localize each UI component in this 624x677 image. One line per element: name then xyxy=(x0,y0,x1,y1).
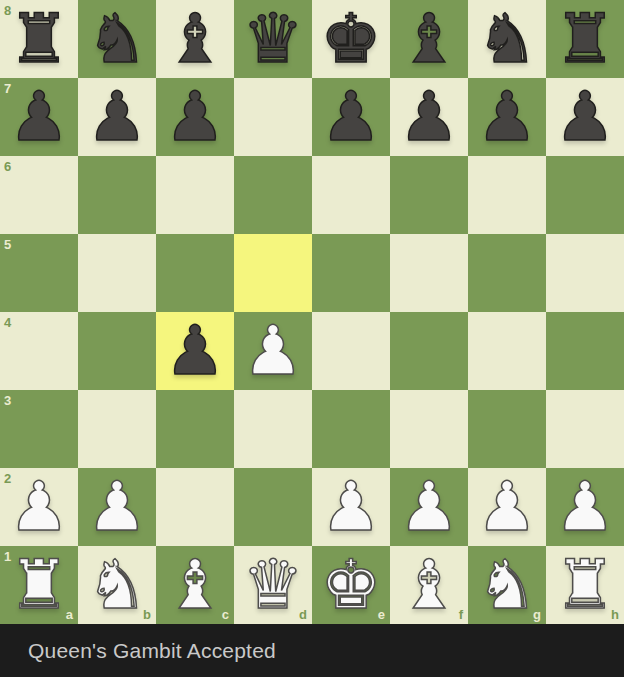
square-b2[interactable]: ♟ xyxy=(78,468,156,546)
square-g1[interactable]: g♞ xyxy=(468,546,546,624)
square-a4[interactable]: 4 xyxy=(0,312,78,390)
square-d8[interactable]: ♛ xyxy=(234,0,312,78)
square-h3[interactable] xyxy=(546,390,624,468)
opening-name-label: Queen's Gambit Accepted xyxy=(28,639,276,663)
square-g5[interactable] xyxy=(468,234,546,312)
square-c7[interactable]: ♟ xyxy=(156,78,234,156)
square-f1[interactable]: f♝ xyxy=(390,546,468,624)
piece-white-king[interactable]: ♚ xyxy=(321,546,382,624)
piece-black-bishop[interactable]: ♝ xyxy=(165,0,226,78)
square-g8[interactable]: ♞ xyxy=(468,0,546,78)
piece-white-pawn[interactable]: ♟ xyxy=(477,468,538,546)
piece-black-pawn[interactable]: ♟ xyxy=(165,78,226,156)
square-d1[interactable]: d♛ xyxy=(234,546,312,624)
piece-white-pawn[interactable]: ♟ xyxy=(87,468,148,546)
square-f8[interactable]: ♝ xyxy=(390,0,468,78)
square-a8[interactable]: 8♜ xyxy=(0,0,78,78)
square-e2[interactable]: ♟ xyxy=(312,468,390,546)
piece-black-king[interactable]: ♚ xyxy=(321,0,382,78)
square-g7[interactable]: ♟ xyxy=(468,78,546,156)
square-f5[interactable] xyxy=(390,234,468,312)
square-h6[interactable] xyxy=(546,156,624,234)
square-d7[interactable] xyxy=(234,78,312,156)
square-c8[interactable]: ♝ xyxy=(156,0,234,78)
piece-white-pawn[interactable]: ♟ xyxy=(321,468,382,546)
rank-label-3: 3 xyxy=(4,394,11,407)
chess-board: 8♜♞♝♛♚♝♞♜7♟♟♟♟♟♟♟654♟♟32♟♟♟♟♟♟1a♜b♞c♝d♛e… xyxy=(0,0,624,624)
square-e1[interactable]: e♚ xyxy=(312,546,390,624)
square-b8[interactable]: ♞ xyxy=(78,0,156,78)
square-e8[interactable]: ♚ xyxy=(312,0,390,78)
rank-label-6: 6 xyxy=(4,160,11,173)
square-b3[interactable] xyxy=(78,390,156,468)
square-b5[interactable] xyxy=(78,234,156,312)
square-a2[interactable]: 2♟ xyxy=(0,468,78,546)
square-h5[interactable] xyxy=(546,234,624,312)
piece-black-queen[interactable]: ♛ xyxy=(243,0,304,78)
piece-white-queen[interactable]: ♛ xyxy=(243,546,304,624)
piece-white-rook[interactable]: ♜ xyxy=(555,546,616,624)
piece-black-pawn[interactable]: ♟ xyxy=(87,78,148,156)
square-b6[interactable] xyxy=(78,156,156,234)
square-e5[interactable] xyxy=(312,234,390,312)
piece-black-knight[interactable]: ♞ xyxy=(477,0,538,78)
piece-black-pawn[interactable]: ♟ xyxy=(321,78,382,156)
square-f4[interactable] xyxy=(390,312,468,390)
square-a7[interactable]: 7♟ xyxy=(0,78,78,156)
square-h2[interactable]: ♟ xyxy=(546,468,624,546)
square-g6[interactable] xyxy=(468,156,546,234)
square-g2[interactable]: ♟ xyxy=(468,468,546,546)
piece-black-pawn[interactable]: ♟ xyxy=(477,78,538,156)
piece-white-bishop[interactable]: ♝ xyxy=(165,546,226,624)
square-g4[interactable] xyxy=(468,312,546,390)
square-c1[interactable]: c♝ xyxy=(156,546,234,624)
opening-name-bar: Queen's Gambit Accepted xyxy=(0,624,624,677)
piece-black-rook[interactable]: ♜ xyxy=(9,0,70,78)
square-d6[interactable] xyxy=(234,156,312,234)
square-f6[interactable] xyxy=(390,156,468,234)
square-h4[interactable] xyxy=(546,312,624,390)
square-b4[interactable] xyxy=(78,312,156,390)
piece-white-bishop[interactable]: ♝ xyxy=(399,546,460,624)
piece-white-rook[interactable]: ♜ xyxy=(9,546,70,624)
square-c6[interactable] xyxy=(156,156,234,234)
piece-black-pawn[interactable]: ♟ xyxy=(555,78,616,156)
square-c5[interactable] xyxy=(156,234,234,312)
piece-white-knight[interactable]: ♞ xyxy=(87,546,148,624)
piece-white-pawn[interactable]: ♟ xyxy=(399,468,460,546)
piece-white-knight[interactable]: ♞ xyxy=(477,546,538,624)
square-e3[interactable] xyxy=(312,390,390,468)
piece-black-knight[interactable]: ♞ xyxy=(87,0,148,78)
square-a6[interactable]: 6 xyxy=(0,156,78,234)
piece-black-pawn[interactable]: ♟ xyxy=(165,312,226,390)
square-c4[interactable]: ♟ xyxy=(156,312,234,390)
square-e7[interactable]: ♟ xyxy=(312,78,390,156)
square-h8[interactable]: ♜ xyxy=(546,0,624,78)
piece-black-rook[interactable]: ♜ xyxy=(555,0,616,78)
square-b1[interactable]: b♞ xyxy=(78,546,156,624)
square-a5[interactable]: 5 xyxy=(0,234,78,312)
piece-white-pawn[interactable]: ♟ xyxy=(9,468,70,546)
square-d5[interactable] xyxy=(234,234,312,312)
square-a3[interactable]: 3 xyxy=(0,390,78,468)
square-d3[interactable] xyxy=(234,390,312,468)
square-f3[interactable] xyxy=(390,390,468,468)
square-e4[interactable] xyxy=(312,312,390,390)
square-e6[interactable] xyxy=(312,156,390,234)
piece-white-pawn[interactable]: ♟ xyxy=(555,468,616,546)
piece-black-pawn[interactable]: ♟ xyxy=(9,78,70,156)
piece-black-pawn[interactable]: ♟ xyxy=(399,78,460,156)
square-f7[interactable]: ♟ xyxy=(390,78,468,156)
piece-black-bishop[interactable]: ♝ xyxy=(399,0,460,78)
square-c2[interactable] xyxy=(156,468,234,546)
square-a1[interactable]: 1a♜ xyxy=(0,546,78,624)
rank-label-5: 5 xyxy=(4,238,11,251)
square-h7[interactable]: ♟ xyxy=(546,78,624,156)
square-g3[interactable] xyxy=(468,390,546,468)
square-c3[interactable] xyxy=(156,390,234,468)
square-d4[interactable]: ♟ xyxy=(234,312,312,390)
chess-app: 8♜♞♝♛♚♝♞♜7♟♟♟♟♟♟♟654♟♟32♟♟♟♟♟♟1a♜b♞c♝d♛e… xyxy=(0,0,624,677)
square-f2[interactable]: ♟ xyxy=(390,468,468,546)
rank-label-4: 4 xyxy=(4,316,11,329)
square-d2[interactable] xyxy=(234,468,312,546)
square-h1[interactable]: h♜ xyxy=(546,546,624,624)
square-b7[interactable]: ♟ xyxy=(78,78,156,156)
piece-white-pawn[interactable]: ♟ xyxy=(243,312,304,390)
